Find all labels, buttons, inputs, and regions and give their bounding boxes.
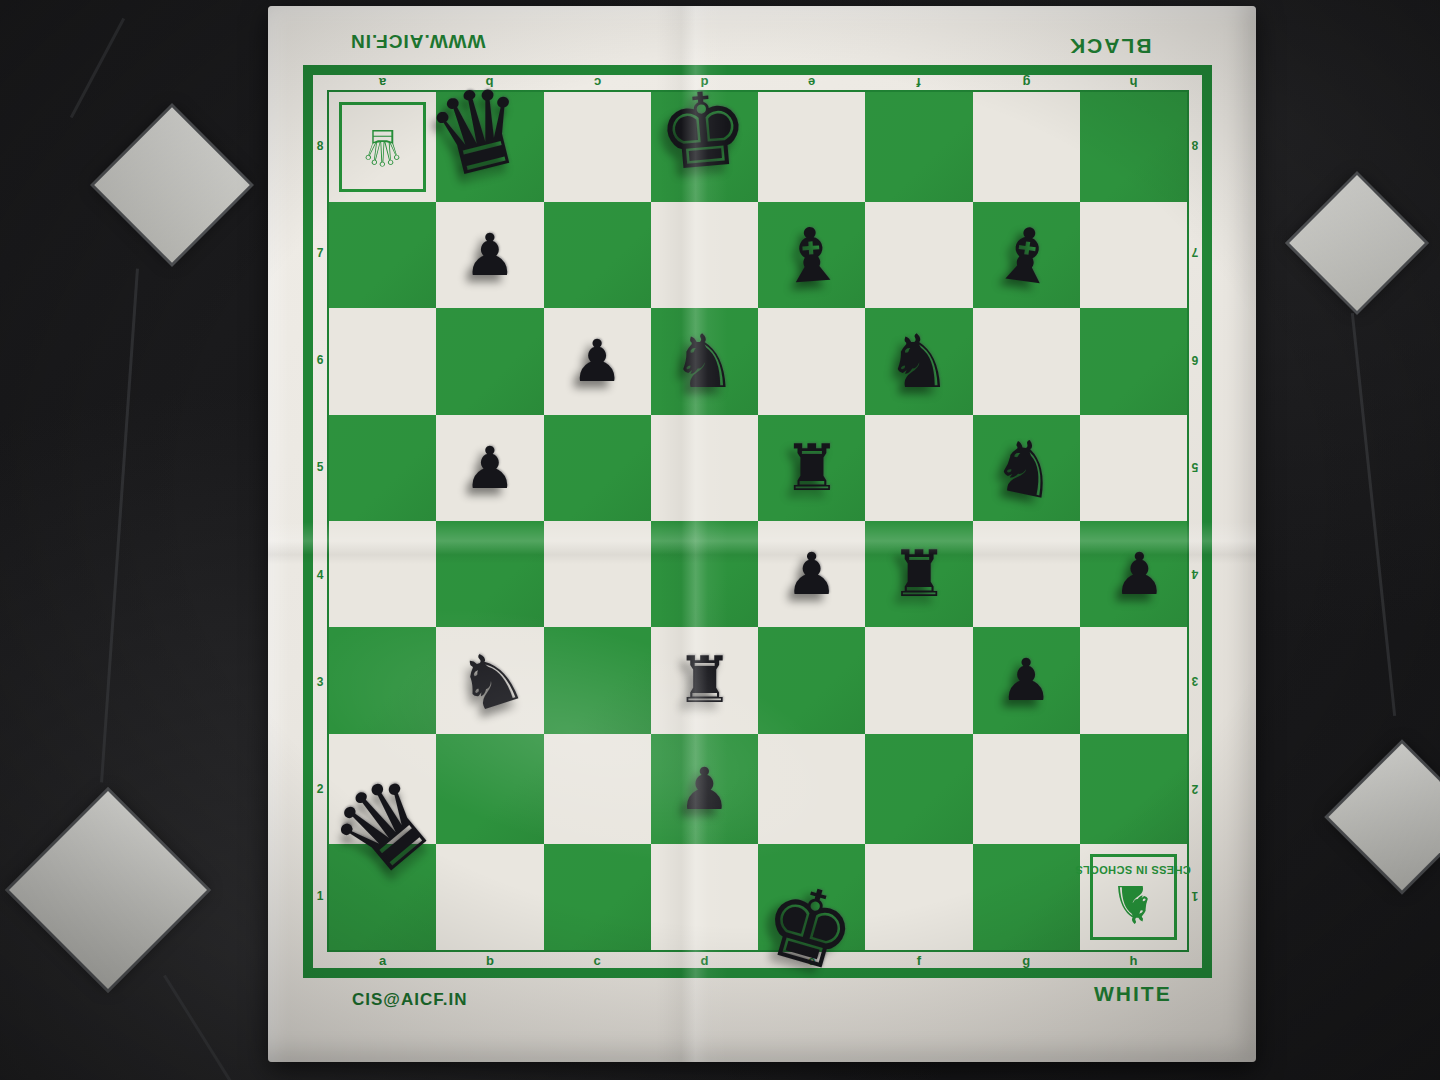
file-label: g [973,75,1080,90]
square-h6[interactable] [1080,308,1187,414]
rank-labels-right: 87654321 [1188,92,1202,950]
piece-black-rook-f4[interactable]: ♜ [890,542,947,606]
rank-label: 4 [313,521,327,628]
square-a3[interactable] [329,627,436,733]
piece-black-pawn-c6[interactable]: ♟ [571,332,623,390]
chess-in-schools-logo: ♞ CHESS IN SCHOOLS [1090,854,1177,940]
rank-label: 6 [1188,307,1202,414]
floor-diamond-tile [1328,743,1440,890]
floor-grout-line [1351,313,1396,716]
rank-label: 2 [1188,736,1202,843]
square-a7[interactable] [329,202,436,308]
square-f4[interactable]: ♜ [865,521,972,627]
square-d5[interactable] [651,415,758,521]
square-c2[interactable] [544,734,651,844]
square-d1[interactable] [651,844,758,950]
square-b8[interactable]: ♛ [436,92,543,202]
piece-black-pawn-g3[interactable]: ♟ [1000,651,1052,709]
piece-black-bishop-g7[interactable]: ♝ [988,214,1064,297]
square-h8[interactable] [1080,92,1187,202]
square-b3[interactable]: ♞ [436,627,543,733]
square-f1[interactable] [865,844,972,950]
board-border-frame: abcdefgh abcdefgh 87654321 87654321 ♕ ♛♚… [303,65,1212,978]
file-label: d [651,953,758,968]
square-g7[interactable]: ♝ [973,202,1080,308]
floor-diamond-tile [9,791,207,989]
piece-black-knight-b3[interactable]: ♞ [447,635,533,726]
square-g6[interactable] [973,308,1080,414]
rank-label: 3 [1188,628,1202,735]
square-a6[interactable] [329,308,436,414]
square-h2[interactable] [1080,734,1187,844]
square-b5[interactable]: ♟ [436,415,543,521]
square-a2[interactable]: ♛ [329,734,436,844]
square-g4[interactable] [973,521,1080,627]
square-d7[interactable] [651,202,758,308]
square-e4[interactable]: ♟ [758,521,865,627]
rank-label: 8 [313,92,327,199]
square-c8[interactable] [544,92,651,202]
square-g3[interactable]: ♟ [973,627,1080,733]
piece-black-pawn-d2[interactable]: ♟ [678,760,730,818]
file-label: f [865,953,972,968]
piece-black-pawn-b5[interactable]: ♟ [464,439,516,497]
file-label: g [973,953,1080,968]
floor-grout-line [100,269,139,783]
square-c6[interactable]: ♟ [544,308,651,414]
square-d2[interactable]: ♟ [651,734,758,844]
piece-black-king-e1[interactable]: ♚ [751,866,867,989]
file-label: e [758,75,865,90]
rank-label: 3 [313,628,327,735]
square-a8[interactable]: ♕ [329,92,436,202]
square-d3[interactable]: ♜ [651,627,758,733]
square-f2[interactable] [865,734,972,844]
square-e3[interactable] [758,627,865,733]
square-f7[interactable] [865,202,972,308]
knight-silhouette-icon: ♞ [1110,878,1157,930]
square-b1[interactable] [436,844,543,950]
square-c3[interactable] [544,627,651,733]
square-e2[interactable] [758,734,865,844]
square-c1[interactable] [544,844,651,950]
file-label: a [329,953,436,968]
rank-label: 8 [1188,92,1202,199]
piece-black-pawn-h4[interactable]: ♟ [1113,545,1165,603]
square-h7[interactable] [1080,202,1187,308]
floor-grout-line [163,975,232,1080]
square-h3[interactable] [1080,627,1187,733]
rank-label: 1 [313,843,327,950]
rank-label: 5 [1188,414,1202,521]
rank-label: 7 [313,199,327,306]
black-side-label: BLACK [1068,34,1152,58]
piece-black-bishop-e7[interactable]: ♝ [776,216,847,294]
square-a5[interactable] [329,415,436,521]
square-e8[interactable] [758,92,865,202]
floor-diamond-tile [1289,175,1425,311]
square-c5[interactable] [544,415,651,521]
square-b6[interactable] [436,308,543,414]
square-c4[interactable] [544,521,651,627]
white-side-label: WHITE [1094,982,1172,1006]
piece-black-knight-g5[interactable]: ♞ [986,425,1066,511]
square-h1[interactable]: ♞ CHESS IN SCHOOLS [1080,844,1187,950]
square-g2[interactable] [973,734,1080,844]
rank-label: 7 [1188,199,1202,306]
chess-in-schools-text: CHESS IN SCHOOLS [1075,864,1191,876]
mat-email-text: CIS@AICF.IN [352,990,467,1010]
piece-black-knight-d6[interactable]: ♞ [671,324,737,398]
piece-black-king-d8[interactable]: ♚ [653,76,753,186]
piece-black-pawn-e4[interactable]: ♟ [786,545,838,603]
file-label: c [544,953,651,968]
piece-black-knight-f6[interactable]: ♞ [886,324,952,398]
square-e6[interactable] [758,308,865,414]
rank-label: 5 [313,414,327,521]
square-g1[interactable] [973,844,1080,950]
aicf-crown-logo: ♕ [339,102,426,192]
square-e7[interactable]: ♝ [758,202,865,308]
square-f5[interactable] [865,415,972,521]
square-f3[interactable] [865,627,972,733]
vinyl-chess-mat: WWW.AICF.IN BLACK CIS@AICF.IN WHITE abcd… [268,6,1256,1062]
mat-url-text: WWW.AICF.IN [350,30,486,52]
square-c7[interactable] [544,202,651,308]
square-e5[interactable]: ♜ [758,415,865,521]
board-grid: ♕ ♛♚♟♝♝♟♞♞♟♜♞♟♜♟♞♜♟♛♟♚ ♞ CHESS IN SCHOOL… [329,92,1187,950]
square-e1[interactable]: ♚ [758,844,865,950]
piece-black-pawn-b7[interactable]: ♟ [464,226,516,284]
square-a4[interactable] [329,521,436,627]
piece-black-rook-d3[interactable]: ♜ [676,648,733,712]
floor-diamond-tile [94,107,250,263]
floor-grout-line [70,18,125,118]
square-b4[interactable] [436,521,543,627]
crown-icon: ♕ [360,122,405,172]
file-label: f [865,75,972,90]
rank-label: 4 [1188,521,1202,628]
square-g5[interactable]: ♞ [973,415,1080,521]
piece-black-rook-e5[interactable]: ♜ [783,436,840,500]
square-g8[interactable] [973,92,1080,202]
file-label: h [1080,75,1187,90]
square-d6[interactable]: ♞ [651,308,758,414]
file-label: b [436,953,543,968]
square-d8[interactable]: ♚ [651,92,758,202]
square-h4[interactable]: ♟ [1080,521,1187,627]
square-f6[interactable]: ♞ [865,308,972,414]
file-label: c [544,75,651,90]
file-label: h [1080,953,1187,968]
square-d4[interactable] [651,521,758,627]
square-h5[interactable] [1080,415,1187,521]
rank-label: 6 [313,307,327,414]
square-f8[interactable] [865,92,972,202]
square-b2[interactable] [436,734,543,844]
square-b7[interactable]: ♟ [436,202,543,308]
